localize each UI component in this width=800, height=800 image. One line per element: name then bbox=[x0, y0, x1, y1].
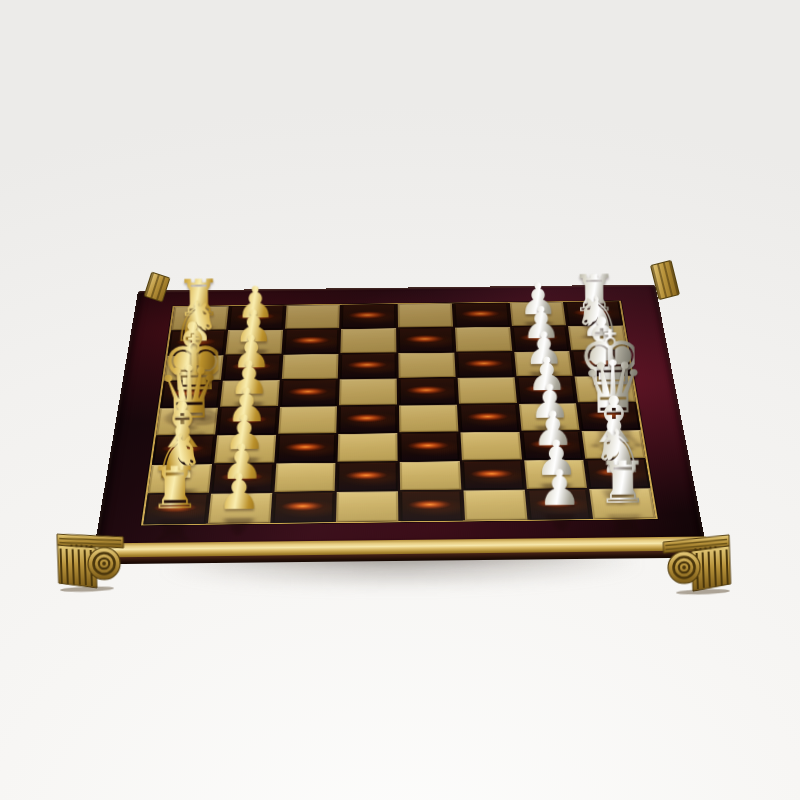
square-f5 bbox=[398, 352, 455, 378]
square-h1: ♜♜ bbox=[171, 306, 228, 330]
square-e6 bbox=[457, 377, 516, 403]
square-d4 bbox=[339, 405, 398, 432]
square-d1: ♛♛ bbox=[156, 408, 218, 435]
square-b7: ♟♟ bbox=[524, 459, 588, 488]
square-d8: ♛♛ bbox=[578, 403, 640, 430]
square-e1: ♚♚ bbox=[160, 381, 220, 408]
square-d3 bbox=[278, 406, 338, 433]
square-g3 bbox=[283, 329, 339, 354]
square-d7: ♟♟ bbox=[519, 403, 580, 430]
piece-white-P-h2: ♟ bbox=[228, 280, 283, 324]
square-c4 bbox=[338, 433, 398, 461]
board-field: ♜♜♟♟♟♟♜♜♞♞♟♟♟♟♞♞♝♝♟♟♟♟♝♝♚♚♟♟♟♟♚♚♛♛♟♟♟♟♛♛… bbox=[141, 301, 658, 526]
square-b6 bbox=[462, 460, 524, 489]
square-f1: ♝♝ bbox=[164, 355, 223, 381]
square-h5 bbox=[398, 303, 453, 327]
square-h8: ♜♜ bbox=[565, 301, 623, 325]
square-c3 bbox=[276, 434, 337, 462]
square-a6 bbox=[463, 490, 527, 521]
square-a3 bbox=[272, 492, 335, 523]
square-c8: ♝♝ bbox=[582, 430, 645, 458]
front-right-ionic-column-foot bbox=[661, 532, 733, 596]
square-c1: ♝♝ bbox=[152, 435, 215, 463]
square-e4 bbox=[339, 379, 397, 405]
square-h6 bbox=[454, 303, 510, 327]
square-a2: ♟♟ bbox=[208, 493, 272, 524]
square-g5 bbox=[398, 327, 454, 352]
square-b1: ♞♞ bbox=[148, 464, 212, 493]
square-h4 bbox=[341, 304, 396, 328]
square-f8: ♝♝ bbox=[571, 350, 631, 376]
square-a4 bbox=[336, 491, 398, 522]
square-g7: ♟♟ bbox=[511, 326, 569, 351]
square-b2: ♟♟ bbox=[211, 463, 274, 492]
square-b8: ♞♞ bbox=[586, 459, 651, 488]
square-d5 bbox=[399, 405, 458, 432]
square-a7: ♟♟ bbox=[526, 489, 591, 520]
square-e7: ♟♟ bbox=[516, 377, 576, 403]
square-c7: ♟♟ bbox=[521, 431, 583, 459]
square-a8: ♜♜ bbox=[589, 488, 655, 519]
square-b4 bbox=[337, 462, 398, 491]
square-b3 bbox=[274, 463, 336, 492]
square-g1: ♞♞ bbox=[168, 330, 226, 355]
square-b5 bbox=[400, 461, 461, 490]
square-e2: ♟♟ bbox=[220, 380, 279, 406]
piece-reflection: ♟ bbox=[528, 510, 593, 535]
square-f7: ♟♟ bbox=[514, 351, 573, 377]
square-c6 bbox=[460, 432, 521, 460]
square-f2: ♟♟ bbox=[223, 354, 281, 380]
square-g2: ♟♟ bbox=[225, 330, 282, 355]
chess-board: ♜♜♟♟♟♟♜♜♞♞♟♟♟♟♞♞♝♝♟♟♟♟♝♝♚♚♟♟♟♟♚♚♛♛♟♟♟♟♛♛… bbox=[94, 284, 705, 547]
chess-set-photo: ♜♜♟♟♟♟♜♜♞♞♟♟♟♟♞♞♝♝♟♟♟♟♝♝♚♚♟♟♟♟♚♚♛♛♟♟♟♟♛♛… bbox=[0, 0, 800, 800]
board-perspective-wrapper: ♜♜♟♟♟♟♜♜♞♞♟♟♟♟♞♞♝♝♟♟♟♟♝♝♚♚♟♟♟♟♚♚♛♛♟♟♟♟♛♛… bbox=[115, 122, 682, 689]
square-a5 bbox=[400, 491, 463, 522]
square-f4 bbox=[340, 353, 397, 379]
square-e5 bbox=[399, 378, 457, 404]
piece-reflection: ♜ bbox=[140, 515, 206, 544]
square-e3 bbox=[280, 380, 338, 406]
square-h3 bbox=[285, 305, 340, 329]
square-h2: ♟♟ bbox=[228, 305, 284, 329]
square-a1: ♜♜ bbox=[143, 494, 208, 525]
piece-black-P-h7: ♟ bbox=[510, 277, 565, 321]
piece-reflection: ♟ bbox=[206, 514, 270, 539]
piece-reflection: ♜ bbox=[592, 509, 659, 538]
square-c5 bbox=[399, 432, 459, 460]
square-h7: ♟♟ bbox=[509, 302, 566, 326]
square-e8: ♚♚ bbox=[575, 376, 636, 402]
square-g4 bbox=[341, 328, 397, 353]
square-f3 bbox=[281, 354, 338, 380]
piece-white-R-h1: ♜ bbox=[171, 273, 226, 325]
square-g8: ♞♞ bbox=[568, 325, 627, 350]
piece-black-R-h8: ♜ bbox=[567, 268, 622, 320]
square-d6 bbox=[459, 404, 519, 431]
square-g6 bbox=[455, 327, 512, 352]
square-f6 bbox=[456, 352, 514, 378]
square-d2: ♟♟ bbox=[217, 407, 278, 434]
front-left-ionic-column-foot bbox=[55, 529, 127, 593]
square-c2: ♟♟ bbox=[214, 435, 276, 463]
